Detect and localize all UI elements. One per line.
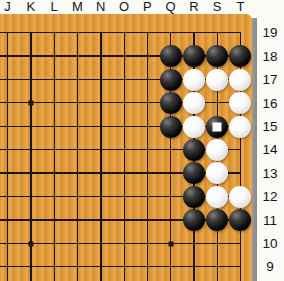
intersection-S13[interactable]	[205, 162, 228, 185]
intersection-P19[interactable]	[136, 21, 159, 44]
intersection-Q17[interactable]	[159, 68, 182, 91]
column-label-N: N	[89, 0, 112, 14]
intersection-S19[interactable]	[205, 21, 228, 44]
intersection-S11[interactable]	[205, 208, 228, 231]
intersection-O11[interactable]	[112, 208, 135, 231]
black-stone-R12	[183, 186, 205, 208]
intersection-J19[interactable]	[0, 21, 19, 44]
column-label-Q: Q	[159, 0, 182, 14]
row-label-9: 9	[257, 255, 283, 278]
intersection-R18[interactable]	[182, 45, 205, 68]
intersection-R12[interactable]	[182, 185, 205, 208]
intersection-L9[interactable]	[42, 255, 65, 278]
intersection-R17[interactable]	[182, 68, 205, 91]
row-labels: 191817161514131211109	[257, 21, 283, 278]
intersection-S9[interactable]	[205, 255, 228, 278]
column-label-O: O	[112, 0, 135, 14]
row-label-15: 15	[257, 115, 283, 138]
intersection-T15[interactable]	[229, 115, 252, 138]
intersection-K11[interactable]	[19, 208, 42, 231]
intersection-O17[interactable]	[112, 68, 135, 91]
intersection-L14[interactable]	[42, 138, 65, 161]
black-stone-Q15	[160, 116, 182, 138]
intersection-L11[interactable]	[42, 208, 65, 231]
intersection-T11[interactable]	[229, 208, 252, 231]
column-label-S: S	[205, 0, 228, 14]
intersection-M19[interactable]	[66, 21, 89, 44]
intersection-N17[interactable]	[89, 68, 112, 91]
white-stone-S13	[206, 162, 228, 184]
intersection-J15[interactable]	[0, 115, 19, 138]
intersection-N14[interactable]	[89, 138, 112, 161]
column-label-M: M	[66, 0, 89, 14]
intersection-P18[interactable]	[136, 45, 159, 68]
intersection-R13[interactable]	[182, 162, 205, 185]
column-label-R: R	[182, 0, 205, 14]
intersection-M16[interactable]	[66, 91, 89, 114]
black-stone-Q18	[160, 45, 182, 67]
intersection-N13[interactable]	[89, 162, 112, 185]
intersection-T18[interactable]	[229, 45, 252, 68]
intersection-L16[interactable]	[42, 91, 65, 114]
intersection-O10[interactable]	[112, 232, 135, 255]
intersection-R15[interactable]	[182, 115, 205, 138]
black-stone-T18	[229, 45, 251, 67]
intersection-J12[interactable]	[0, 185, 19, 208]
intersection-P15[interactable]	[136, 115, 159, 138]
intersection-T17[interactable]	[229, 68, 252, 91]
column-label-P: P	[136, 0, 159, 14]
column-label-J: J	[0, 0, 19, 14]
intersection-J14[interactable]	[0, 138, 19, 161]
board-edge-shadow	[252, 18, 257, 281]
intersection-O14[interactable]	[112, 138, 135, 161]
intersection-R11[interactable]	[182, 208, 205, 231]
intersection-M14[interactable]	[66, 138, 89, 161]
row-label-13: 13	[257, 162, 283, 185]
last-move-marker	[213, 122, 222, 131]
row-label-11: 11	[257, 208, 283, 231]
intersection-N15[interactable]	[89, 115, 112, 138]
intersection-O16[interactable]	[112, 91, 135, 114]
intersection-M9[interactable]	[66, 255, 89, 278]
intersection-O9[interactable]	[112, 255, 135, 278]
intersection-T10[interactable]	[229, 232, 252, 255]
black-stone-S15	[206, 116, 228, 138]
intersection-O18[interactable]	[112, 45, 135, 68]
intersection-S16[interactable]	[205, 91, 228, 114]
white-stone-R16	[183, 92, 205, 114]
intersection-N16[interactable]	[89, 91, 112, 114]
intersection-O12[interactable]	[112, 185, 135, 208]
intersection-K16[interactable]	[19, 91, 42, 114]
intersection-S14[interactable]	[205, 138, 228, 161]
intersection-M11[interactable]	[66, 208, 89, 231]
intersection-T13[interactable]	[229, 162, 252, 185]
intersection-Q16[interactable]	[159, 91, 182, 114]
row-label-19: 19	[257, 21, 283, 44]
board-grid	[0, 21, 252, 278]
intersection-T14[interactable]	[229, 138, 252, 161]
intersection-L18[interactable]	[42, 45, 65, 68]
intersection-O19[interactable]	[112, 21, 135, 44]
intersection-J13[interactable]	[0, 162, 19, 185]
intersection-K17[interactable]	[19, 68, 42, 91]
white-stone-T12	[229, 186, 251, 208]
intersection-L19[interactable]	[42, 21, 65, 44]
column-label-L: L	[42, 0, 65, 14]
intersection-N18[interactable]	[89, 45, 112, 68]
intersection-P9[interactable]	[136, 255, 159, 278]
black-stone-S18	[206, 45, 228, 67]
intersection-R14[interactable]	[182, 138, 205, 161]
row-label-16: 16	[257, 91, 283, 114]
intersection-Q18[interactable]	[159, 45, 182, 68]
intersection-K14[interactable]	[19, 138, 42, 161]
intersection-M18[interactable]	[66, 45, 89, 68]
intersection-S18[interactable]	[205, 45, 228, 68]
white-stone-R17	[183, 69, 205, 91]
go-app-screenshot: JKLMNOPQRST 191817161514131211109	[0, 0, 284, 281]
intersection-S15[interactable]	[205, 115, 228, 138]
go-board[interactable]	[0, 14, 252, 281]
black-stone-Q17	[160, 69, 182, 91]
black-stone-R14	[183, 139, 205, 161]
column-label-K: K	[19, 0, 42, 14]
black-stone-R11	[183, 209, 205, 231]
intersection-Q19[interactable]	[159, 21, 182, 44]
intersection-J9[interactable]	[0, 255, 19, 278]
intersection-K18[interactable]	[19, 45, 42, 68]
intersection-K12[interactable]	[19, 185, 42, 208]
intersection-T19[interactable]	[229, 21, 252, 44]
intersection-O13[interactable]	[112, 162, 135, 185]
intersection-P10[interactable]	[136, 232, 159, 255]
intersection-R19[interactable]	[182, 21, 205, 44]
intersection-N11[interactable]	[89, 208, 112, 231]
intersection-Q14[interactable]	[159, 138, 182, 161]
white-stone-T15	[229, 116, 251, 138]
intersection-N12[interactable]	[89, 185, 112, 208]
intersection-Q15[interactable]	[159, 115, 182, 138]
intersection-L17[interactable]	[42, 68, 65, 91]
row-label-18: 18	[257, 45, 283, 68]
star-point-K10	[28, 241, 33, 246]
intersection-P14[interactable]	[136, 138, 159, 161]
intersection-R16[interactable]	[182, 91, 205, 114]
row-label-14: 14	[257, 138, 283, 161]
intersection-J18[interactable]	[0, 45, 19, 68]
white-stone-S17	[206, 69, 228, 91]
intersection-N9[interactable]	[89, 255, 112, 278]
intersection-R10[interactable]	[182, 232, 205, 255]
intersection-K10[interactable]	[19, 232, 42, 255]
row-label-12: 12	[257, 185, 283, 208]
white-stone-R15	[183, 116, 205, 138]
column-labels: JKLMNOPQRST	[0, 0, 252, 14]
intersection-J11[interactable]	[0, 208, 19, 231]
intersection-S12[interactable]	[205, 185, 228, 208]
black-stone-S11	[206, 209, 228, 231]
intersection-N19[interactable]	[89, 21, 112, 44]
intersection-N10[interactable]	[89, 232, 112, 255]
intersection-L15[interactable]	[42, 115, 65, 138]
intersection-L13[interactable]	[42, 162, 65, 185]
intersection-R9[interactable]	[182, 255, 205, 278]
intersection-M10[interactable]	[66, 232, 89, 255]
intersection-S10[interactable]	[205, 232, 228, 255]
intersection-P16[interactable]	[136, 91, 159, 114]
intersection-K13[interactable]	[19, 162, 42, 185]
intersection-Q11[interactable]	[159, 208, 182, 231]
white-stone-S12	[206, 186, 228, 208]
star-point-Q10	[168, 241, 173, 246]
intersection-P17[interactable]	[136, 68, 159, 91]
intersection-Q10[interactable]	[159, 232, 182, 255]
intersection-T9[interactable]	[229, 255, 252, 278]
intersection-T16[interactable]	[229, 91, 252, 114]
intersection-K19[interactable]	[19, 21, 42, 44]
intersection-J10[interactable]	[0, 232, 19, 255]
intersection-M13[interactable]	[66, 162, 89, 185]
intersection-S17[interactable]	[205, 68, 228, 91]
intersection-J16[interactable]	[0, 91, 19, 114]
intersection-Q9[interactable]	[159, 255, 182, 278]
intersection-P13[interactable]	[136, 162, 159, 185]
black-stone-T11	[229, 209, 251, 231]
intersection-K9[interactable]	[19, 255, 42, 278]
white-stone-S14	[206, 139, 228, 161]
intersection-P12[interactable]	[136, 185, 159, 208]
intersection-J17[interactable]	[0, 68, 19, 91]
black-stone-Q16	[160, 92, 182, 114]
intersection-L10[interactable]	[42, 232, 65, 255]
row-label-17: 17	[257, 68, 283, 91]
intersection-M17[interactable]	[66, 68, 89, 91]
intersection-Q12[interactable]	[159, 185, 182, 208]
black-stone-R18	[183, 45, 205, 67]
intersection-K15[interactable]	[19, 115, 42, 138]
column-label-T: T	[229, 0, 252, 14]
row-label-10: 10	[257, 232, 283, 255]
intersection-M15[interactable]	[66, 115, 89, 138]
intersection-Q13[interactable]	[159, 162, 182, 185]
intersection-T12[interactable]	[229, 185, 252, 208]
intersection-L12[interactable]	[42, 185, 65, 208]
white-stone-T16	[229, 92, 251, 114]
intersection-O15[interactable]	[112, 115, 135, 138]
black-stone-R13	[183, 162, 205, 184]
intersection-P11[interactable]	[136, 208, 159, 231]
intersection-M12[interactable]	[66, 185, 89, 208]
white-stone-T17	[229, 69, 251, 91]
star-point-K16	[28, 101, 33, 106]
